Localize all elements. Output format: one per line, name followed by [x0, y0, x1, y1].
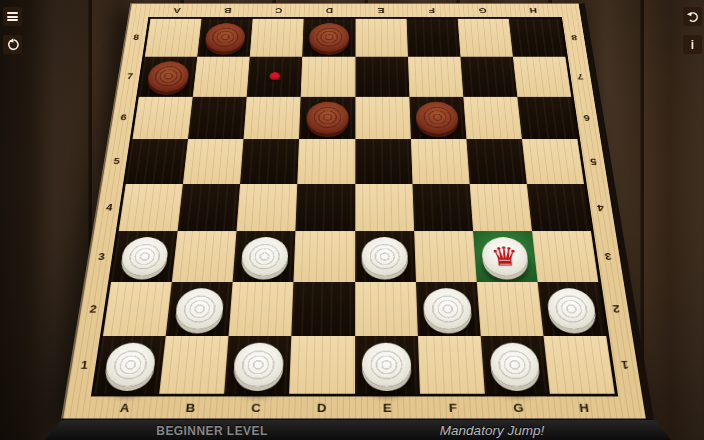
black-man-d8[interactable]	[309, 23, 349, 52]
square-e4[interactable]	[355, 184, 414, 232]
label-top-c: C	[253, 5, 304, 16]
square-e7[interactable]	[355, 57, 409, 97]
square-f7[interactable]	[408, 57, 463, 97]
label-bottom-e: E	[354, 398, 420, 416]
turn-message: Mandatory Jump!	[440, 423, 544, 438]
board-grid: ♛	[94, 19, 615, 394]
square-g5[interactable]	[466, 139, 527, 184]
hamburger-icon	[7, 12, 18, 21]
square-d7[interactable]	[301, 57, 355, 97]
square-d5[interactable]	[298, 139, 355, 184]
label-top-g: G	[457, 5, 509, 16]
restart-icon	[6, 38, 20, 52]
square-g4[interactable]	[469, 184, 531, 232]
label-top-b: B	[202, 5, 254, 16]
undo-arrow-icon	[686, 10, 700, 24]
square-h3[interactable]	[532, 231, 598, 282]
square-h7[interactable]	[513, 57, 571, 97]
square-d4[interactable]	[296, 184, 355, 232]
white-man-h2[interactable]	[545, 288, 597, 329]
black-man-d6[interactable]	[306, 102, 348, 134]
square-g8[interactable]	[457, 19, 512, 57]
square-c4[interactable]	[237, 184, 298, 232]
square-h2[interactable]	[537, 282, 606, 336]
white-man-e1[interactable]	[362, 343, 411, 387]
square-f3[interactable]	[414, 231, 477, 282]
square-h4[interactable]	[527, 184, 591, 232]
white-man-a3[interactable]	[119, 237, 170, 275]
label-bottom-d: D	[289, 398, 355, 416]
square-g3[interactable]: ♛	[473, 231, 538, 282]
square-b4[interactable]	[178, 184, 241, 232]
info-icon: i	[691, 38, 694, 52]
square-h8[interactable]	[509, 19, 566, 57]
white-man-c3[interactable]	[241, 237, 289, 275]
column-labels-top: ABCDEFGH	[151, 5, 559, 16]
square-g7[interactable]	[460, 57, 517, 97]
square-g1[interactable]	[480, 336, 549, 394]
square-h1[interactable]	[543, 336, 614, 394]
label-bottom-c: C	[223, 398, 290, 416]
square-f2[interactable]	[416, 282, 481, 336]
label-bottom-f: F	[420, 398, 487, 416]
square-d2[interactable]	[292, 282, 355, 336]
square-a3[interactable]	[111, 231, 178, 282]
square-b6[interactable]	[188, 97, 247, 139]
board-front-face: BEGINNER LEVEL Mandatory Jump!	[40, 420, 676, 440]
square-d6[interactable]	[299, 97, 355, 139]
square-f8[interactable]	[406, 19, 460, 57]
move-hint-dot	[270, 72, 281, 80]
square-c3[interactable]	[233, 231, 296, 282]
white-man-g1[interactable]	[489, 343, 542, 387]
label-bottom-a: A	[91, 398, 159, 416]
square-e8[interactable]	[355, 19, 408, 57]
restart-button[interactable]	[3, 35, 22, 54]
black-man-b8[interactable]	[204, 23, 246, 52]
white-man-e3[interactable]	[362, 237, 408, 275]
square-a4[interactable]	[119, 184, 183, 232]
white-king-g3[interactable]: ♛	[480, 237, 529, 275]
square-a7[interactable]	[139, 57, 198, 97]
square-c5[interactable]	[240, 139, 299, 184]
square-c7[interactable]	[247, 57, 303, 97]
square-f1[interactable]	[418, 336, 485, 394]
square-c8[interactable]	[250, 19, 304, 57]
black-man-a7[interactable]	[146, 61, 191, 91]
label-bottom-b: B	[157, 398, 224, 416]
square-a6[interactable]	[132, 97, 192, 139]
square-c2[interactable]	[229, 282, 294, 336]
label-top-e: E	[355, 5, 406, 16]
label-top-a: A	[151, 5, 203, 16]
undo-button[interactable]	[683, 7, 702, 26]
label-bottom-h: H	[550, 398, 618, 416]
board-3d-scene: ABCDEFGH ABCDEFGH 87654321 87654321 ♛	[61, 3, 655, 421]
square-f4[interactable]	[412, 184, 473, 232]
menu-button[interactable]	[3, 7, 22, 26]
square-d1[interactable]	[289, 336, 354, 394]
square-e3[interactable]	[355, 231, 416, 282]
info-button[interactable]: i	[683, 35, 702, 54]
label-bottom-g: G	[485, 398, 552, 416]
square-h5[interactable]	[522, 139, 584, 184]
app-screen: ABCDEFGH ABCDEFGH 87654321 87654321 ♛ BE…	[0, 0, 704, 440]
white-man-b2[interactable]	[174, 288, 225, 329]
square-d8[interactable]	[303, 19, 356, 57]
white-man-f2[interactable]	[423, 288, 472, 329]
square-f5[interactable]	[411, 139, 470, 184]
square-c1[interactable]	[224, 336, 291, 394]
square-g6[interactable]	[463, 97, 522, 139]
square-e2[interactable]	[355, 282, 418, 336]
square-a5[interactable]	[126, 139, 188, 184]
square-f6[interactable]	[409, 97, 466, 139]
black-man-f6[interactable]	[416, 102, 459, 134]
white-man-a1[interactable]	[103, 343, 157, 387]
square-g2[interactable]	[477, 282, 544, 336]
label-top-f: F	[406, 5, 457, 16]
square-b7[interactable]	[193, 57, 250, 97]
square-e6[interactable]	[355, 97, 411, 139]
square-b1[interactable]	[159, 336, 228, 394]
column-labels-bottom: ABCDEFGH	[91, 398, 618, 416]
square-a1[interactable]	[94, 336, 166, 394]
square-e5[interactable]	[355, 139, 412, 184]
square-b3[interactable]	[172, 231, 237, 282]
label-top-d: D	[304, 5, 355, 16]
checkers-board: ABCDEFGH ABCDEFGH 87654321 87654321 ♛	[61, 3, 655, 421]
board-play-area: ♛	[91, 17, 618, 396]
level-label: BEGINNER LEVEL	[156, 423, 267, 438]
square-a2[interactable]	[103, 282, 172, 336]
square-b8[interactable]	[197, 19, 252, 57]
square-b5[interactable]	[183, 139, 244, 184]
white-man-c1[interactable]	[233, 343, 284, 387]
square-b2[interactable]	[166, 282, 233, 336]
square-c6[interactable]	[244, 97, 301, 139]
king-crown-icon: ♛	[480, 237, 529, 275]
square-e1[interactable]	[355, 336, 420, 394]
square-a8[interactable]	[145, 19, 202, 57]
square-h6[interactable]	[517, 97, 577, 139]
label-top-h: H	[507, 5, 559, 16]
square-d3[interactable]	[294, 231, 355, 282]
